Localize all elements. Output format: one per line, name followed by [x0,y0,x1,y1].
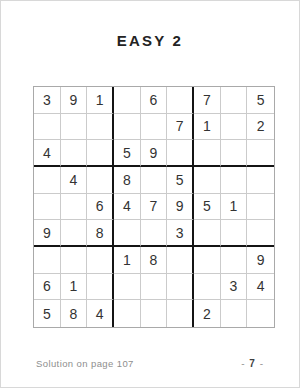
sudoku-cell-r5c3[interactable]: 6 [87,194,114,221]
sudoku-cell-r6c4[interactable] [114,220,141,247]
sudoku-cell-r5c7[interactable]: 5 [194,194,221,221]
puzzle-page: EASY 2 391675712459485647951983189613458… [0,0,300,388]
sudoku-cell-r1c3[interactable]: 1 [87,87,114,114]
sudoku-cell-r1c4[interactable] [114,87,141,114]
sudoku-cell-r7c5[interactable]: 8 [141,247,168,274]
sudoku-cell-r8c7[interactable] [194,274,221,301]
sudoku-cell-r3c2[interactable] [61,140,88,167]
sudoku-cell-r7c8[interactable] [221,247,248,274]
sudoku-cell-r7c3[interactable] [87,247,114,274]
page-number: - 7 - [241,358,264,369]
sudoku-cell-r1c1[interactable]: 3 [34,87,61,114]
sudoku-cell-r1c7[interactable]: 7 [194,87,221,114]
sudoku-cell-r9c5[interactable] [141,300,168,327]
sudoku-cell-r5c6[interactable]: 9 [167,194,194,221]
sudoku-cell-r4c7[interactable] [194,167,221,194]
sudoku-cell-r3c5[interactable]: 9 [141,140,168,167]
sudoku-cell-r7c2[interactable] [61,247,88,274]
sudoku-cell-r1c8[interactable] [221,87,248,114]
sudoku-board: 39167571245948564795198318961345842 [33,86,275,328]
sudoku-cell-r2c4[interactable] [114,114,141,141]
sudoku-cell-r6c7[interactable] [194,220,221,247]
sudoku-cell-r9c2[interactable]: 8 [61,300,88,327]
sudoku-cell-r8c5[interactable] [141,274,168,301]
sudoku-cell-r5c4[interactable]: 4 [114,194,141,221]
sudoku-cell-r6c8[interactable] [221,220,248,247]
sudoku-cell-r9c6[interactable] [167,300,194,327]
sudoku-cell-r6c6[interactable]: 3 [167,220,194,247]
sudoku-cell-r9c9[interactable] [247,300,274,327]
sudoku-cell-r4c9[interactable] [247,167,274,194]
puzzle-title: EASY 2 [1,32,299,49]
sudoku-cell-r5c1[interactable] [34,194,61,221]
sudoku-cell-r7c6[interactable] [167,247,194,274]
sudoku-cell-r2c1[interactable] [34,114,61,141]
sudoku-cell-r6c1[interactable]: 9 [34,220,61,247]
sudoku-cell-r7c1[interactable] [34,247,61,274]
sudoku-cell-r2c9[interactable]: 2 [247,114,274,141]
sudoku-cell-r4c3[interactable] [87,167,114,194]
sudoku-cell-r5c8[interactable]: 1 [221,194,248,221]
sudoku-cell-r7c7[interactable] [194,247,221,274]
sudoku-cell-r8c8[interactable]: 3 [221,274,248,301]
sudoku-cell-r9c8[interactable] [221,300,248,327]
page-number-dash-right: - [260,358,264,369]
sudoku-cell-r1c5[interactable]: 6 [141,87,168,114]
sudoku-cell-r4c2[interactable]: 4 [61,167,88,194]
sudoku-cell-r3c6[interactable] [167,140,194,167]
sudoku-cell-r3c8[interactable] [221,140,248,167]
sudoku-cell-r8c9[interactable]: 4 [247,274,274,301]
sudoku-cell-r3c4[interactable]: 5 [114,140,141,167]
sudoku-cell-r3c9[interactable] [247,140,274,167]
sudoku-cell-r2c5[interactable] [141,114,168,141]
sudoku-cell-r2c3[interactable] [87,114,114,141]
sudoku-cell-r1c2[interactable]: 9 [61,87,88,114]
sudoku-cell-r3c7[interactable] [194,140,221,167]
sudoku-cell-r8c3[interactable] [87,274,114,301]
sudoku-cell-r2c2[interactable] [61,114,88,141]
sudoku-cell-r7c9[interactable]: 9 [247,247,274,274]
sudoku-cell-r4c1[interactable] [34,167,61,194]
sudoku-cell-r6c9[interactable] [247,220,274,247]
sudoku-cell-r5c2[interactable] [61,194,88,221]
sudoku-cell-r9c7[interactable]: 2 [194,300,221,327]
sudoku-cell-r7c4[interactable]: 1 [114,247,141,274]
sudoku-cell-r9c3[interactable]: 4 [87,300,114,327]
solution-note: Solution on page 107 [36,358,134,369]
sudoku-cell-r2c8[interactable] [221,114,248,141]
sudoku-cell-r8c4[interactable] [114,274,141,301]
page-number-dash-left: - [241,358,245,369]
sudoku-cell-r8c1[interactable]: 6 [34,274,61,301]
sudoku-cell-r4c6[interactable]: 5 [167,167,194,194]
sudoku-cell-r1c6[interactable] [167,87,194,114]
sudoku-cell-r3c1[interactable]: 4 [34,140,61,167]
sudoku-cell-r2c7[interactable]: 1 [194,114,221,141]
sudoku-cell-r6c5[interactable] [141,220,168,247]
sudoku-cell-r6c2[interactable] [61,220,88,247]
sudoku-cell-r6c3[interactable]: 8 [87,220,114,247]
sudoku-cell-r4c8[interactable] [221,167,248,194]
sudoku-cell-r5c9[interactable] [247,194,274,221]
page-footer: Solution on page 107 - 7 - [36,358,264,369]
sudoku-cell-r8c2[interactable]: 1 [61,274,88,301]
sudoku-cell-r4c5[interactable] [141,167,168,194]
sudoku-cell-r5c5[interactable]: 7 [141,194,168,221]
page-number-value: 7 [249,358,256,369]
sudoku-cell-r9c4[interactable] [114,300,141,327]
sudoku-cell-r8c6[interactable] [167,274,194,301]
sudoku-cell-r9c1[interactable]: 5 [34,300,61,327]
sudoku-cell-r2c6[interactable]: 7 [167,114,194,141]
sudoku-cell-r1c9[interactable]: 5 [247,87,274,114]
sudoku-cell-r3c3[interactable] [87,140,114,167]
sudoku-cell-r4c4[interactable]: 8 [114,167,141,194]
